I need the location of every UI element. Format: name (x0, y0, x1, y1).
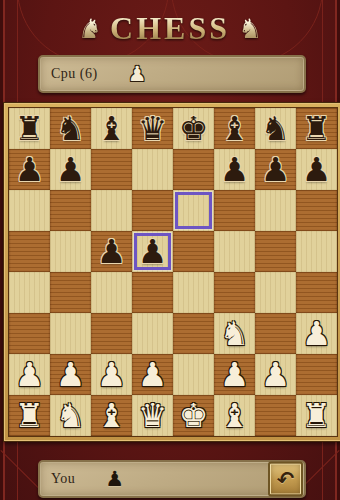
square-a3[interactable] (9, 313, 50, 354)
square-c3[interactable] (91, 313, 132, 354)
piece-black-queen[interactable]: ♛ (132, 108, 173, 149)
piece-black-pawn[interactable]: ♟ (255, 149, 296, 190)
piece-white-pawn[interactable]: ♟ (132, 354, 173, 395)
square-c5[interactable]: ♟ (91, 231, 132, 272)
square-f5[interactable] (214, 231, 255, 272)
piece-white-queen[interactable]: ♛ (132, 395, 173, 436)
piece-black-pawn[interactable]: ♟ (214, 149, 255, 190)
square-h6[interactable] (296, 190, 337, 231)
piece-white-knight[interactable]: ♞ (214, 313, 255, 354)
square-c1[interactable]: ♝ (91, 395, 132, 436)
square-b6[interactable] (50, 190, 91, 231)
square-b3[interactable] (50, 313, 91, 354)
square-c8[interactable]: ♝ (91, 108, 132, 149)
piece-black-bishop[interactable]: ♝ (91, 108, 132, 149)
square-a5[interactable] (9, 231, 50, 272)
square-f8[interactable]: ♝ (214, 108, 255, 149)
you-player-bar: You ♟ ↶ (38, 460, 306, 498)
square-f2[interactable]: ♟ (214, 354, 255, 395)
square-d3[interactable] (132, 313, 173, 354)
square-f7[interactable]: ♟ (214, 149, 255, 190)
square-c7[interactable] (91, 149, 132, 190)
piece-black-pawn[interactable]: ♟ (132, 231, 173, 272)
piece-black-pawn[interactable]: ♟ (91, 231, 132, 272)
square-h2[interactable] (296, 354, 337, 395)
you-player-name: You (51, 471, 75, 487)
square-g5[interactable] (255, 231, 296, 272)
piece-black-knight[interactable]: ♞ (50, 108, 91, 149)
piece-white-pawn[interactable]: ♟ (9, 354, 50, 395)
square-h8[interactable]: ♜ (296, 108, 337, 149)
square-c6[interactable] (91, 190, 132, 231)
square-a8[interactable]: ♜ (9, 108, 50, 149)
piece-black-pawn[interactable]: ♟ (50, 149, 91, 190)
cpu-player-name: Cpu (6) (51, 66, 98, 82)
white-pawn-icon: ♟ (128, 64, 147, 85)
square-g7[interactable]: ♟ (255, 149, 296, 190)
square-a2[interactable]: ♟ (9, 354, 50, 395)
square-h3[interactable]: ♟ (296, 313, 337, 354)
square-e7[interactable] (173, 149, 214, 190)
board-frame: ♜♞♝♛♚♝♞♜♟♟♟♟♟♟♟♞♟♟♟♟♟♟♟♜♞♝♛♚♝♜ (3, 102, 340, 442)
piece-black-pawn[interactable]: ♟ (296, 149, 337, 190)
square-c2[interactable]: ♟ (91, 354, 132, 395)
piece-black-king[interactable]: ♚ (173, 108, 214, 149)
square-g2[interactable]: ♟ (255, 354, 296, 395)
square-g1[interactable] (255, 395, 296, 436)
piece-black-rook[interactable]: ♜ (296, 108, 337, 149)
square-f3[interactable]: ♞ (214, 313, 255, 354)
square-b5[interactable] (50, 231, 91, 272)
square-b1[interactable]: ♞ (50, 395, 91, 436)
square-b2[interactable]: ♟ (50, 354, 91, 395)
square-d1[interactable]: ♛ (132, 395, 173, 436)
black-pawn-icon: ♟ (105, 469, 124, 490)
square-f4[interactable] (214, 272, 255, 313)
piece-black-pawn[interactable]: ♟ (9, 149, 50, 190)
square-e2[interactable] (173, 354, 214, 395)
piece-white-pawn[interactable]: ♟ (296, 313, 337, 354)
piece-white-rook[interactable]: ♜ (296, 395, 337, 436)
square-e8[interactable]: ♚ (173, 108, 214, 149)
square-d7[interactable] (132, 149, 173, 190)
square-e4[interactable] (173, 272, 214, 313)
square-e6[interactable] (173, 190, 214, 231)
undo-arrow-icon: ↶ (275, 466, 296, 492)
knight-icon: ♞ (78, 15, 102, 42)
piece-white-bishop[interactable]: ♝ (91, 395, 132, 436)
piece-black-knight[interactable]: ♞ (255, 108, 296, 149)
square-a7[interactable]: ♟ (9, 149, 50, 190)
square-d8[interactable]: ♛ (132, 108, 173, 149)
square-g6[interactable] (255, 190, 296, 231)
square-g8[interactable]: ♞ (255, 108, 296, 149)
square-d5[interactable]: ♟ (132, 231, 173, 272)
piece-white-king[interactable]: ♚ (173, 395, 214, 436)
undo-button[interactable]: ↶ (268, 462, 303, 497)
square-g4[interactable] (255, 272, 296, 313)
piece-black-bishop[interactable]: ♝ (214, 108, 255, 149)
knight-icon: ♞ (238, 15, 262, 42)
square-e5[interactable] (173, 231, 214, 272)
square-b4[interactable] (50, 272, 91, 313)
square-f1[interactable]: ♝ (214, 395, 255, 436)
square-a4[interactable] (9, 272, 50, 313)
app-header: ♞ CHESS ♞ (0, 4, 340, 52)
piece-white-rook[interactable]: ♜ (9, 395, 50, 436)
piece-white-pawn[interactable]: ♟ (91, 354, 132, 395)
piece-white-knight[interactable]: ♞ (50, 395, 91, 436)
square-b7[interactable]: ♟ (50, 149, 91, 190)
cpu-player-bar: Cpu (6) ♟ (38, 55, 306, 93)
square-b8[interactable]: ♞ (50, 108, 91, 149)
square-d4[interactable] (132, 272, 173, 313)
board[interactable]: ♜♞♝♛♚♝♞♜♟♟♟♟♟♟♟♞♟♟♟♟♟♟♟♜♞♝♛♚♝♜ (8, 107, 338, 437)
square-h7[interactable]: ♟ (296, 149, 337, 190)
square-h5[interactable] (296, 231, 337, 272)
square-e1[interactable]: ♚ (173, 395, 214, 436)
square-g3[interactable] (255, 313, 296, 354)
square-h4[interactable] (296, 272, 337, 313)
piece-white-pawn[interactable]: ♟ (214, 354, 255, 395)
app-title: CHESS (110, 10, 230, 47)
square-f6[interactable] (214, 190, 255, 231)
square-e3[interactable] (173, 313, 214, 354)
square-c4[interactable] (91, 272, 132, 313)
square-h1[interactable]: ♜ (296, 395, 337, 436)
square-a6[interactable] (9, 190, 50, 231)
piece-white-pawn[interactable]: ♟ (255, 354, 296, 395)
square-d2[interactable]: ♟ (132, 354, 173, 395)
square-a1[interactable]: ♜ (9, 395, 50, 436)
piece-white-pawn[interactable]: ♟ (50, 354, 91, 395)
square-d6[interactable] (132, 190, 173, 231)
piece-black-rook[interactable]: ♜ (9, 108, 50, 149)
piece-white-bishop[interactable]: ♝ (214, 395, 255, 436)
